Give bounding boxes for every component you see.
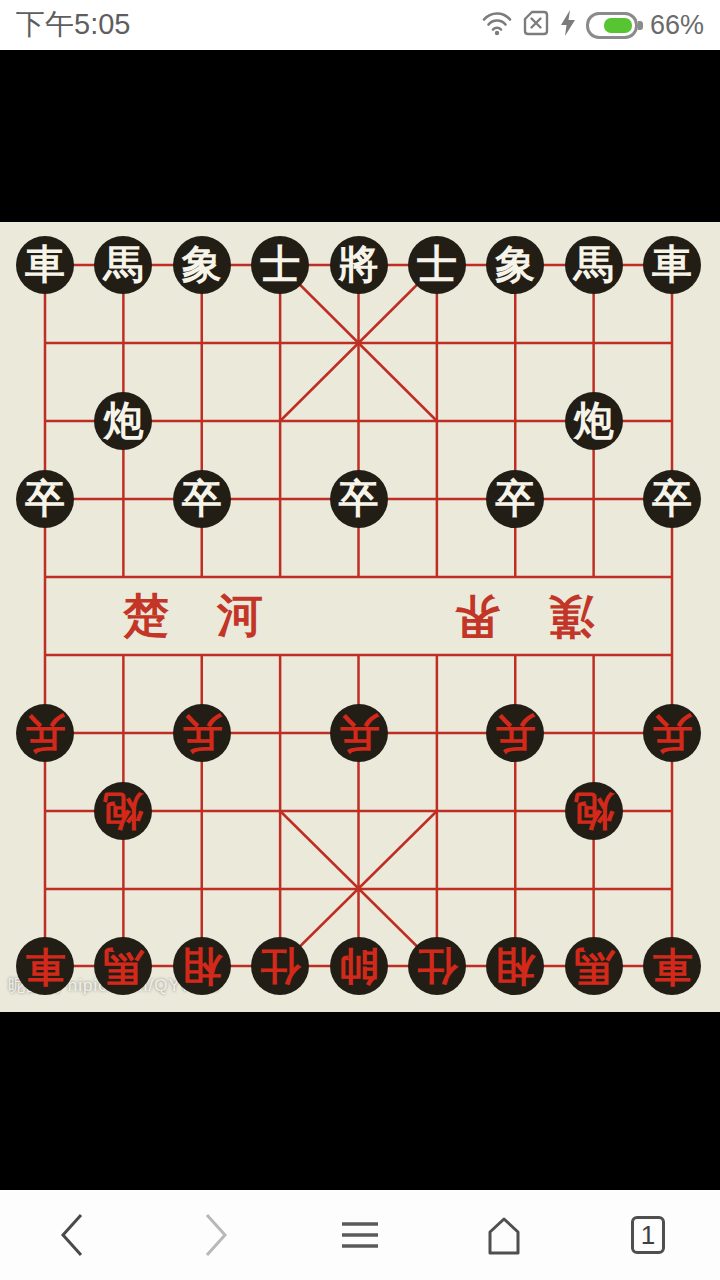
battery-icon — [586, 12, 638, 39]
piece-glyph: 馬 — [574, 946, 614, 986]
tab-counter-badge: 1 — [631, 1216, 665, 1254]
piece-red[interactable]: 兵 — [173, 704, 231, 762]
piece-black[interactable]: 象 — [486, 236, 544, 294]
piece-black[interactable]: 車 — [643, 236, 701, 294]
charging-bolt-icon — [560, 9, 576, 41]
board-grid-lines — [0, 222, 720, 1012]
battery-level-fill — [604, 18, 632, 33]
piece-black[interactable]: 車 — [16, 236, 74, 294]
piece-glyph: 士 — [417, 245, 457, 285]
phone-screen: 下午5:05 — [0, 0, 720, 1280]
piece-red[interactable]: 馬 — [565, 937, 623, 995]
piece-glyph: 兵 — [339, 713, 379, 753]
menu-button[interactable] — [288, 1190, 432, 1280]
piece-red[interactable]: 兵 — [16, 704, 74, 762]
piece-black[interactable]: 士 — [408, 236, 466, 294]
piece-glyph: 炮 — [103, 791, 143, 831]
tabs-button[interactable]: 1 — [576, 1190, 720, 1280]
piece-glyph: 兵 — [182, 713, 222, 753]
piece-glyph: 馬 — [103, 245, 143, 285]
piece-black[interactable]: 卒 — [16, 470, 74, 528]
piece-glyph: 兵 — [652, 713, 692, 753]
piece-glyph: 象 — [182, 245, 222, 285]
piece-glyph: 車 — [25, 245, 65, 285]
clock-text: 下午5:05 — [16, 5, 130, 45]
status-bar: 下午5:05 — [0, 0, 720, 50]
piece-black[interactable]: 卒 — [173, 470, 231, 528]
piece-glyph: 炮 — [574, 401, 614, 441]
battery-percent-text: 66% — [650, 10, 704, 41]
piece-red[interactable]: 兵 — [330, 704, 388, 762]
piece-black[interactable]: 馬 — [565, 236, 623, 294]
forward-chevron-icon — [207, 1215, 225, 1255]
back-button[interactable] — [0, 1190, 144, 1280]
piece-glyph: 馬 — [574, 245, 614, 285]
piece-black[interactable]: 炮 — [565, 392, 623, 450]
piece-glyph: 車 — [25, 946, 65, 986]
piece-glyph: 卒 — [339, 479, 379, 519]
tab-count-text: 1 — [641, 1220, 655, 1251]
river-label-han-jie: 漢界 — [454, 592, 594, 640]
piece-black[interactable]: 馬 — [94, 236, 152, 294]
piece-glyph: 仕 — [260, 946, 300, 986]
hamburger-menu-icon — [340, 1220, 380, 1250]
piece-black[interactable]: 象 — [173, 236, 231, 294]
piece-glyph: 兵 — [25, 713, 65, 753]
piece-red[interactable]: 兵 — [486, 704, 544, 762]
piece-glyph: 仕 — [417, 946, 457, 986]
piece-red[interactable]: 仕 — [251, 937, 309, 995]
piece-glyph: 帥 — [339, 946, 379, 986]
piece-glyph: 卒 — [652, 479, 692, 519]
piece-red[interactable]: 相 — [173, 937, 231, 995]
piece-red[interactable]: 車 — [643, 937, 701, 995]
piece-black[interactable]: 卒 — [486, 470, 544, 528]
piece-glyph: 馬 — [103, 946, 143, 986]
piece-glyph: 炮 — [103, 401, 143, 441]
piece-red[interactable]: 炮 — [565, 782, 623, 840]
forward-button[interactable] — [144, 1190, 288, 1280]
status-icons: 66% — [482, 9, 704, 41]
piece-black[interactable]: 炮 — [94, 392, 152, 450]
piece-red[interactable]: 仕 — [408, 937, 466, 995]
piece-red[interactable]: 兵 — [643, 704, 701, 762]
piece-glyph: 炮 — [574, 791, 614, 831]
battery-nub — [638, 21, 643, 30]
piece-red[interactable]: 帥 — [330, 937, 388, 995]
piece-glyph: 士 — [260, 245, 300, 285]
piece-glyph: 象 — [495, 245, 535, 285]
piece-red[interactable]: 車 — [16, 937, 74, 995]
river-label-chu-he: 楚河 — [123, 592, 311, 640]
piece-glyph: 相 — [182, 946, 222, 986]
piece-glyph: 卒 — [182, 479, 222, 519]
piece-glyph: 卒 — [495, 479, 535, 519]
piece-red[interactable]: 馬 — [94, 937, 152, 995]
home-button[interactable] — [432, 1190, 576, 1280]
piece-glyph: 卒 — [25, 479, 65, 519]
piece-glyph: 車 — [652, 245, 692, 285]
back-chevron-icon — [63, 1215, 81, 1255]
piece-red[interactable]: 相 — [486, 937, 544, 995]
piece-black[interactable]: 卒 — [643, 470, 701, 528]
browser-nav-bar: 1 — [0, 1190, 720, 1280]
home-icon — [483, 1214, 525, 1256]
piece-black[interactable]: 士 — [251, 236, 309, 294]
piece-glyph: 相 — [495, 946, 535, 986]
piece-glyph: 車 — [652, 946, 692, 986]
piece-black[interactable]: 將 — [330, 236, 388, 294]
piece-glyph: 兵 — [495, 713, 535, 753]
xiangqi-board-image[interactable]: 楚河 漢界 昵图网 nipic.com/QYWLB 車馬象士將士象馬車炮炮卒卒卒… — [0, 222, 720, 1012]
piece-glyph: 將 — [339, 245, 379, 285]
wifi-icon — [482, 10, 512, 40]
piece-red[interactable]: 炮 — [94, 782, 152, 840]
sim-missing-icon — [522, 9, 550, 41]
piece-black[interactable]: 卒 — [330, 470, 388, 528]
